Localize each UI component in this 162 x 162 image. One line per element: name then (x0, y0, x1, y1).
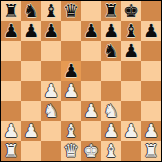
black-rook-piece[interactable]: ♜ (3, 1, 19, 21)
square-h4[interactable] (141, 81, 161, 101)
square-h1[interactable]: ♜ (141, 141, 161, 161)
black-pawn-piece[interactable]: ♟ (103, 21, 119, 41)
black-queen-piece[interactable]: ♛ (63, 1, 79, 21)
square-g8[interactable]: ♚ (121, 1, 141, 21)
square-e5[interactable] (81, 61, 101, 81)
square-b2[interactable]: ♟ (21, 121, 41, 141)
square-c3[interactable]: ♞ (41, 101, 61, 121)
square-d7[interactable] (61, 21, 81, 41)
square-g6[interactable]: ♟ (121, 41, 141, 61)
square-d5[interactable]: ♟ (61, 61, 81, 81)
white-rook-piece[interactable]: ♜ (143, 141, 159, 161)
white-pawn-piece[interactable]: ♟ (83, 101, 99, 121)
square-f7[interactable]: ♟ (101, 21, 121, 41)
black-pawn-piece[interactable]: ♟ (143, 21, 159, 41)
square-d3[interactable] (61, 101, 81, 121)
square-b4[interactable] (21, 81, 41, 101)
white-king-piece[interactable]: ♚ (83, 141, 99, 161)
black-pawn-piece[interactable]: ♟ (3, 21, 19, 41)
square-g1[interactable] (121, 141, 141, 161)
black-knight-piece[interactable]: ♞ (23, 1, 39, 21)
square-a8[interactable]: ♜ (1, 1, 21, 21)
square-e1[interactable]: ♚ (81, 141, 101, 161)
black-bishop-piece[interactable]: ♝ (123, 21, 139, 41)
square-a1[interactable]: ♜ (1, 141, 21, 161)
square-c6[interactable] (41, 41, 61, 61)
black-rook-piece[interactable]: ♜ (103, 1, 119, 21)
square-d1[interactable]: ♛ (61, 141, 81, 161)
square-h2[interactable]: ♟ (141, 121, 161, 141)
square-a4[interactable] (1, 81, 21, 101)
square-b1[interactable] (21, 141, 41, 161)
white-knight-piece[interactable]: ♞ (43, 101, 59, 121)
square-e3[interactable]: ♟ (81, 101, 101, 121)
square-f1[interactable]: ♝ (101, 141, 121, 161)
square-a5[interactable] (1, 61, 21, 81)
square-h6[interactable] (141, 41, 161, 61)
black-pawn-piece[interactable]: ♟ (23, 21, 39, 41)
square-g7[interactable]: ♝ (121, 21, 141, 41)
square-c7[interactable]: ♟ (41, 21, 61, 41)
white-pawn-piece[interactable]: ♟ (23, 121, 39, 141)
black-knight-piece[interactable]: ♞ (103, 41, 119, 61)
square-h3[interactable] (141, 101, 161, 121)
square-b8[interactable]: ♞ (21, 1, 41, 21)
square-d6[interactable] (61, 41, 81, 61)
square-f6[interactable]: ♞ (101, 41, 121, 61)
square-c4[interactable]: ♟ (41, 81, 61, 101)
square-c5[interactable] (41, 61, 61, 81)
white-knight-piece[interactable]: ♞ (103, 101, 119, 121)
square-c2[interactable] (41, 121, 61, 141)
square-d2[interactable]: ♝ (61, 121, 81, 141)
white-pawn-piece[interactable]: ♟ (43, 81, 59, 101)
chess-board: ♜♞♝♛♜♚♟♟♟♟♟♝♟♞♟♟♟♟♞♟♞♟♟♝♟♟♟♜♛♚♝♜ (0, 0, 162, 162)
square-a6[interactable] (1, 41, 21, 61)
square-e7[interactable]: ♟ (81, 21, 101, 41)
square-e8[interactable] (81, 1, 101, 21)
white-pawn-piece[interactable]: ♟ (143, 121, 159, 141)
white-pawn-piece[interactable]: ♟ (3, 121, 19, 141)
square-f8[interactable]: ♜ (101, 1, 121, 21)
white-rook-piece[interactable]: ♜ (3, 141, 19, 161)
black-king-piece[interactable]: ♚ (123, 1, 139, 21)
square-h5[interactable] (141, 61, 161, 81)
black-pawn-piece[interactable]: ♟ (123, 41, 139, 61)
square-g2[interactable]: ♟ (121, 121, 141, 141)
square-h7[interactable]: ♟ (141, 21, 161, 41)
square-b5[interactable] (21, 61, 41, 81)
white-queen-piece[interactable]: ♛ (63, 141, 79, 161)
square-d4[interactable]: ♟ (61, 81, 81, 101)
square-g5[interactable] (121, 61, 141, 81)
square-f5[interactable] (101, 61, 121, 81)
square-b7[interactable]: ♟ (21, 21, 41, 41)
white-pawn-piece[interactable]: ♟ (63, 81, 79, 101)
square-h8[interactable] (141, 1, 161, 21)
white-pawn-piece[interactable]: ♟ (123, 121, 139, 141)
square-a2[interactable]: ♟ (1, 121, 21, 141)
square-e4[interactable] (81, 81, 101, 101)
square-a7[interactable]: ♟ (1, 21, 21, 41)
square-c1[interactable] (41, 141, 61, 161)
square-b6[interactable] (21, 41, 41, 61)
square-f2[interactable]: ♟ (101, 121, 121, 141)
square-f4[interactable] (101, 81, 121, 101)
chess-app: ♜♞♝♛♜♚♟♟♟♟♟♝♟♞♟♟♟♟♞♟♞♟♟♝♟♟♟♜♛♚♝♜ (0, 0, 162, 162)
black-pawn-piece[interactable]: ♟ (83, 21, 99, 41)
square-d8[interactable]: ♛ (61, 1, 81, 21)
square-e2[interactable] (81, 121, 101, 141)
square-c8[interactable]: ♝ (41, 1, 61, 21)
white-bishop-piece[interactable]: ♝ (63, 121, 79, 141)
square-b3[interactable] (21, 101, 41, 121)
white-pawn-piece[interactable]: ♟ (103, 121, 119, 141)
square-f3[interactable]: ♞ (101, 101, 121, 121)
white-bishop-piece[interactable]: ♝ (103, 141, 119, 161)
square-a3[interactable] (1, 101, 21, 121)
black-pawn-piece[interactable]: ♟ (43, 21, 59, 41)
black-bishop-piece[interactable]: ♝ (43, 1, 59, 21)
square-e6[interactable] (81, 41, 101, 61)
square-g3[interactable] (121, 101, 141, 121)
square-g4[interactable] (121, 81, 141, 101)
black-pawn-piece[interactable]: ♟ (63, 61, 79, 81)
